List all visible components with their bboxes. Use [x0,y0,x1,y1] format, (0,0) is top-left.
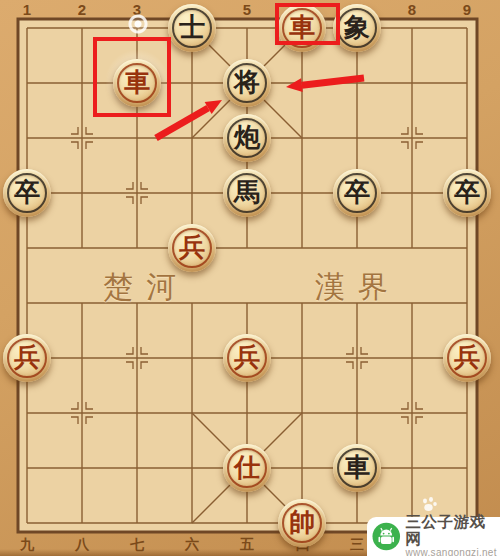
site-name: 三公子游戏网 [406,514,500,547]
piece-glyph: 卒 [454,169,480,217]
piece-grid: 士車象車将炮卒馬卒卒兵兵兵兵仕車帥 [0,1,495,551]
piece-glyph: 兵 [179,224,205,272]
paw-icon [420,496,438,514]
piece-glyph: 仕 [234,444,260,492]
piece-glyph: 兵 [14,334,40,382]
piece-black-advisor[interactable]: 士 [168,4,216,52]
piece-glyph: 帥 [289,499,315,547]
piece-glyph: 士 [179,4,205,52]
android-mascot-icon [372,522,401,551]
piece-black-horse[interactable]: 馬 [223,169,271,217]
xiangqi-screenshot: 123456789 九八七六五四三二一 楚河 漢界 士車象車将炮卒馬卒卒兵兵兵兵… [0,0,500,556]
piece-glyph: 車 [124,59,150,107]
piece-red-pawn[interactable]: 兵 [443,334,491,382]
piece-glyph: 車 [289,4,315,52]
piece-glyph: 兵 [234,334,260,382]
piece-glyph: 象 [344,4,370,52]
site-url: www.sangongzi.net [406,548,500,556]
piece-glyph: 炮 [234,114,260,162]
piece-glyph: 馬 [234,169,260,217]
piece-black-rook[interactable]: 車 [333,444,381,492]
piece-glyph: 卒 [344,169,370,217]
piece-black-pawn[interactable]: 卒 [3,169,51,217]
piece-glyph: 車 [344,444,370,492]
piece-red-general[interactable]: 帥 [278,499,326,547]
piece-black-pawn[interactable]: 卒 [443,169,491,217]
piece-red-rook[interactable]: 車 [278,4,326,52]
piece-red-pawn[interactable]: 兵 [3,334,51,382]
piece-glyph: 卒 [14,169,40,217]
piece-red-advisor[interactable]: 仕 [223,444,271,492]
piece-black-general[interactable]: 将 [223,59,271,107]
site-logo-card: 三公子游戏网 www.sangongzi.net [367,517,500,556]
piece-black-cannon[interactable]: 炮 [223,114,271,162]
piece-red-rook[interactable]: 車 [113,59,161,107]
piece-red-pawn[interactable]: 兵 [223,334,271,382]
piece-glyph: 将 [234,59,260,107]
piece-black-elephant[interactable]: 象 [333,4,381,52]
piece-black-pawn[interactable]: 卒 [333,169,381,217]
piece-red-pawn[interactable]: 兵 [168,224,216,272]
piece-glyph: 兵 [454,334,480,382]
